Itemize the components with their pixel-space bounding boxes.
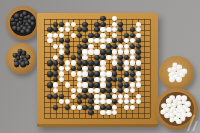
black-stone-in-bowl bbox=[25, 55, 30, 60]
white-stone-in-bowl bbox=[181, 95, 187, 100]
go-scene bbox=[0, 0, 200, 133]
white-stone-in-bowl bbox=[176, 119, 182, 125]
black-stone-in-bowl bbox=[25, 61, 30, 66]
board-cell[interactable] bbox=[147, 115, 153, 121]
white-stone-lid bbox=[159, 56, 194, 90]
black-stone-in-bowl bbox=[30, 16, 36, 22]
white-stone-in-bowl bbox=[169, 76, 175, 82]
white-stone-in-bowl bbox=[181, 69, 187, 74]
white-stone-in-bowl bbox=[176, 76, 182, 82]
board-grid-area bbox=[41, 16, 153, 121]
black-stone-lid bbox=[6, 43, 36, 74]
black-stone-in-bowl bbox=[13, 53, 18, 58]
white-stone-in-bowl bbox=[167, 67, 172, 72]
white-stone-lid-face bbox=[162, 59, 191, 88]
black-stone-in-bowl bbox=[14, 62, 20, 67]
go-board bbox=[37, 13, 158, 127]
photo-watermark-chevron bbox=[188, 115, 198, 131]
black-stone-bowl bbox=[6, 6, 40, 40]
white-stone-in-bowl bbox=[169, 117, 174, 122]
black-stone-bowl-interior bbox=[10, 10, 37, 37]
black-stone-in-bowl bbox=[12, 26, 18, 31]
black-stone-in-bowl bbox=[20, 29, 26, 34]
black-stone-lid-face bbox=[9, 46, 33, 71]
board-grid bbox=[41, 16, 153, 121]
black-stone-in-bowl bbox=[30, 22, 35, 27]
black-stone-in-bowl bbox=[26, 29, 31, 34]
white-stone-in-bowl bbox=[173, 63, 178, 68]
black-stone-in-bowl bbox=[22, 11, 28, 17]
white-stone-in-bowl bbox=[185, 101, 191, 107]
black-stone-in-bowl bbox=[10, 18, 16, 23]
black-stone-in-bowl bbox=[17, 49, 22, 54]
